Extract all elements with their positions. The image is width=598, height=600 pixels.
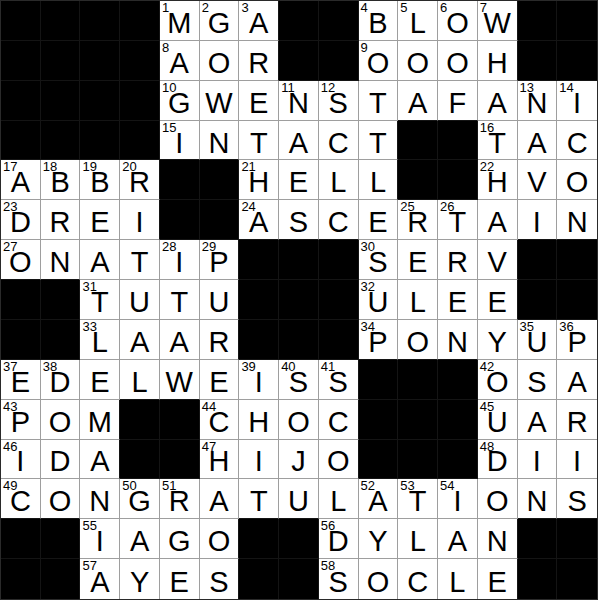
cell-r10c3[interactable]: E (80, 360, 120, 400)
cell-letter: U (120, 283, 159, 320)
cell-r11c4 (120, 400, 160, 440)
cell-r13c15[interactable]: S (557, 479, 597, 519)
cell-r1c10[interactable]: 4B (359, 1, 399, 41)
cell-r14c1 (1, 519, 41, 559)
cell-r7c3[interactable]: A (80, 240, 120, 280)
clue-number: 21 (241, 160, 255, 174)
cell-r3c8[interactable]: 11N (279, 81, 319, 121)
cell-r4c14[interactable]: A (518, 121, 558, 161)
cell-r5c10[interactable]: L (359, 160, 399, 200)
cell-letter: H (239, 403, 278, 440)
cell-r1c6[interactable]: 2G (200, 1, 240, 41)
cell-letter: I (120, 203, 159, 240)
crossword-grid: 1M2G3A4B5L6O7W8AOR9OOOH10GWE11N12STAFA13… (0, 0, 598, 600)
clue-number: 58 (321, 559, 335, 573)
cell-r9c8 (279, 320, 319, 360)
cell-r3c12[interactable]: F (438, 81, 478, 121)
cell-r1c13[interactable]: 7W (478, 1, 518, 41)
cell-r15c12[interactable]: L (438, 559, 478, 599)
cell-r9c12[interactable]: N (438, 320, 478, 360)
cell-r2c5[interactable]: 8A (160, 41, 200, 81)
cell-r12c2[interactable]: D (41, 440, 81, 480)
cell-letter: O (200, 44, 239, 81)
clue-number: 41 (321, 360, 335, 374)
cell-r2c8 (279, 41, 319, 81)
cell-r4c3 (80, 121, 120, 161)
cell-r13c9[interactable]: L (319, 479, 359, 519)
cell-r13c13[interactable]: O (478, 479, 518, 519)
cell-r1c5[interactable]: 1M (160, 1, 200, 41)
clue-number: 38 (43, 360, 57, 374)
cell-r15c11[interactable]: C (398, 559, 438, 599)
cell-letter: E (478, 562, 517, 599)
cell-letter: U (200, 283, 239, 320)
clue-number: 17 (3, 160, 17, 174)
cell-letter: V (518, 163, 557, 200)
cell-letter: M (80, 403, 119, 440)
cell-r1c8 (279, 1, 319, 41)
cell-r7c10[interactable]: 30S (359, 240, 399, 280)
cell-r10c5[interactable]: W (160, 360, 200, 400)
cell-letter: O (319, 443, 358, 480)
cell-r7c11[interactable]: E (398, 240, 438, 280)
cell-r15c8 (279, 559, 319, 599)
cell-r8c12[interactable]: E (438, 280, 478, 320)
cell-r3c14[interactable]: 13N (518, 81, 558, 121)
cell-r9c10[interactable]: 34P (359, 320, 399, 360)
cell-r14c10[interactable]: Y (359, 519, 399, 559)
cell-letter: L (398, 283, 437, 320)
clue-number: 1 (162, 1, 169, 15)
cell-r2c3 (80, 41, 120, 81)
cell-r6c2[interactable]: R (41, 200, 81, 240)
clue-number: 8 (162, 41, 169, 55)
cell-letter: W (200, 84, 239, 121)
clue-number: 27 (3, 240, 17, 254)
cell-letter: C (557, 124, 597, 161)
cell-r4c10[interactable]: T (359, 121, 399, 161)
clue-number: 45 (480, 400, 494, 414)
cell-r13c3[interactable]: N (80, 479, 120, 519)
cell-r3c6[interactable]: W (200, 81, 240, 121)
clue-number: 19 (82, 160, 96, 174)
clue-number: 56 (321, 519, 335, 533)
cell-r4c15[interactable]: C (557, 121, 597, 161)
clue-number: 43 (3, 400, 17, 414)
cell-r6c13[interactable]: A (478, 200, 518, 240)
cell-letter: V (478, 243, 517, 280)
cell-r1c15 (557, 1, 597, 41)
cell-letter: I (518, 203, 557, 240)
cell-r14c15 (557, 519, 597, 559)
cell-r8c10[interactable]: 32U (359, 280, 399, 320)
cell-letter: L (319, 163, 358, 200)
clue-number: 4 (361, 1, 368, 15)
cell-r7c13[interactable]: V (478, 240, 518, 280)
cell-r3c5[interactable]: 10G (160, 81, 200, 121)
cell-r6c7[interactable]: 24A (239, 200, 279, 240)
cell-r3c13[interactable]: A (478, 81, 518, 121)
cell-letter: I (557, 443, 597, 480)
cell-letter: C (319, 203, 358, 240)
cell-letter: S (518, 363, 557, 400)
cell-r11c5 (160, 400, 200, 440)
cell-r2c13[interactable]: H (478, 41, 518, 81)
cell-r1c4 (120, 1, 160, 41)
cell-letter: F (438, 84, 477, 121)
cell-letter: C (319, 124, 358, 161)
cell-r9c5[interactable]: A (160, 320, 200, 360)
cell-r14c6[interactable]: O (200, 519, 240, 559)
cell-letter: A (80, 243, 119, 280)
cell-letter: A (478, 84, 517, 121)
cell-r4c4 (120, 121, 160, 161)
cell-r13c4[interactable]: 50G (120, 479, 160, 519)
cell-r4c6[interactable]: N (200, 121, 240, 161)
cell-r7c8 (279, 240, 319, 280)
cell-r9c3[interactable]: 33L (80, 320, 120, 360)
cell-r5c13[interactable]: 22H (478, 160, 518, 200)
cell-r5c15[interactable]: O (557, 160, 597, 200)
cell-letter: A (279, 124, 318, 161)
cell-r4c9[interactable]: C (319, 121, 359, 161)
cell-r14c14 (518, 519, 558, 559)
cell-r12c9[interactable]: O (319, 440, 359, 480)
cell-letter: W (160, 363, 199, 400)
cell-r15c14 (518, 559, 558, 599)
cell-r12c4 (120, 440, 160, 480)
cell-r10c2[interactable]: 38D (41, 360, 81, 400)
cell-r15c5[interactable]: E (160, 559, 200, 599)
cell-r13c5[interactable]: 51R (160, 479, 200, 519)
cell-r12c3[interactable]: A (80, 440, 120, 480)
cell-r8c8 (279, 280, 319, 320)
cell-r3c3 (80, 81, 120, 121)
cell-letter: N (478, 522, 517, 559)
cell-r9c1 (1, 320, 41, 360)
cell-r6c3[interactable]: E (80, 200, 120, 240)
cell-r8c3[interactable]: 31T (80, 280, 120, 320)
cell-r3c1 (1, 81, 41, 121)
cell-r8c7 (239, 280, 279, 320)
cell-r15c13[interactable]: E (478, 559, 518, 599)
clue-number: 46 (3, 440, 17, 454)
cell-r11c3[interactable]: M (80, 400, 120, 440)
cell-r12c12 (438, 440, 478, 480)
cell-r9c4[interactable]: A (120, 320, 160, 360)
clue-number: 26 (440, 200, 454, 214)
clue-number: 44 (202, 400, 216, 414)
cell-r10c6[interactable]: E (200, 360, 240, 400)
cell-r13c6[interactable]: A (200, 479, 240, 519)
cell-r10c8[interactable]: 40S (279, 360, 319, 400)
cell-r6c14[interactable]: I (518, 200, 558, 240)
clue-number: 16 (480, 121, 494, 135)
cell-r11c14[interactable]: A (518, 400, 558, 440)
cell-letter: E (160, 562, 199, 599)
cell-r6c9[interactable]: C (319, 200, 359, 240)
cell-r5c3[interactable]: 19B (80, 160, 120, 200)
cell-r12c5 (160, 440, 200, 480)
cell-r7c9 (319, 240, 359, 280)
clue-number: 42 (480, 360, 494, 374)
cell-r8c6[interactable]: U (200, 280, 240, 320)
cell-r5c11 (398, 160, 438, 200)
cell-r2c10[interactable]: 9O (359, 41, 399, 81)
cell-r6c1[interactable]: 23D (1, 200, 41, 240)
cell-r2c11[interactable]: O (398, 41, 438, 81)
cell-r9c15[interactable]: 36P (557, 320, 597, 360)
cell-letter: E (478, 283, 517, 320)
cell-r5c14[interactable]: V (518, 160, 558, 200)
cell-r6c8[interactable]: S (279, 200, 319, 240)
cell-r12c14[interactable]: I (518, 440, 558, 480)
cell-r11c7[interactable]: H (239, 400, 279, 440)
cell-r14c11[interactable]: L (398, 519, 438, 559)
cell-r14c13[interactable]: N (478, 519, 518, 559)
cell-letter: A (518, 403, 557, 440)
cell-r9c14[interactable]: 35U (518, 320, 558, 360)
cell-r15c3[interactable]: 57A (80, 559, 120, 599)
cell-r13c14[interactable]: N (518, 479, 558, 519)
cell-r14c12[interactable]: A (438, 519, 478, 559)
cell-r15c10[interactable]: O (359, 559, 399, 599)
cell-letter: G (160, 522, 199, 559)
cell-letter: T (359, 124, 398, 161)
cell-r15c7 (239, 559, 279, 599)
cell-letter: A (478, 203, 517, 240)
cell-r7c12[interactable]: R (438, 240, 478, 280)
cell-letter: N (518, 482, 557, 519)
cell-r14c5[interactable]: G (160, 519, 200, 559)
cell-r5c8[interactable]: E (279, 160, 319, 200)
clue-number: 11 (281, 81, 295, 95)
clue-number: 51 (162, 479, 176, 493)
clue-number: 31 (82, 280, 96, 294)
cell-r15c6[interactable]: S (200, 559, 240, 599)
cell-r6c5 (160, 200, 200, 240)
cell-r7c5[interactable]: 28I (160, 240, 200, 280)
cell-r2c6[interactable]: O (200, 41, 240, 81)
cell-r11c8[interactable]: O (279, 400, 319, 440)
cell-letter: Y (359, 522, 398, 559)
cell-r10c13[interactable]: 42O (478, 360, 518, 400)
cell-r12c1[interactable]: 46I (1, 440, 41, 480)
clue-number: 7 (480, 1, 487, 15)
cell-r8c13[interactable]: E (478, 280, 518, 320)
clue-number: 28 (162, 240, 176, 254)
cell-r11c13[interactable]: 45U (478, 400, 518, 440)
cell-r6c10[interactable]: E (359, 200, 399, 240)
cell-r1c9 (319, 1, 359, 41)
cell-r7c4[interactable]: T (120, 240, 160, 280)
cell-r12c6[interactable]: 47H (200, 440, 240, 480)
clue-number: 55 (82, 519, 96, 533)
cell-letter: H (478, 44, 517, 81)
cell-letter: I (518, 443, 557, 480)
cell-r5c5 (160, 160, 200, 200)
cell-r9c2 (41, 320, 81, 360)
cell-r11c10 (359, 400, 399, 440)
cell-r3c9[interactable]: 12S (319, 81, 359, 121)
cell-r10c15[interactable]: A (557, 360, 597, 400)
cell-r10c9[interactable]: 41S (319, 360, 359, 400)
cell-r12c7[interactable]: I (239, 440, 279, 480)
cell-r13c7[interactable]: T (239, 479, 279, 519)
cell-r3c11[interactable]: A (398, 81, 438, 121)
cell-r7c1[interactable]: 27O (1, 240, 41, 280)
cell-r10c10 (359, 360, 399, 400)
cell-r8c4[interactable]: U (120, 280, 160, 320)
cell-r10c1[interactable]: 37E (1, 360, 41, 400)
cell-r12c10 (359, 440, 399, 480)
cell-r13c12[interactable]: 54I (438, 479, 478, 519)
cell-r6c12[interactable]: 26T (438, 200, 478, 240)
cell-letter: A (160, 323, 199, 360)
cell-r5c1[interactable]: 17A (1, 160, 41, 200)
cell-r2c1 (1, 41, 41, 81)
cell-letter: R (239, 44, 278, 81)
cell-r12c13[interactable]: 48D (478, 440, 518, 480)
cell-r14c3[interactable]: 55I (80, 519, 120, 559)
cell-r9c7 (239, 320, 279, 360)
cell-r13c1[interactable]: 49C (1, 479, 41, 519)
cell-r2c7[interactable]: R (239, 41, 279, 81)
clue-number: 25 (400, 200, 414, 214)
cell-r2c12[interactable]: O (438, 41, 478, 81)
clue-number: 39 (241, 360, 255, 374)
cell-r1c1 (1, 1, 41, 41)
cell-letter: S (279, 203, 318, 240)
cell-r9c6[interactable]: R (200, 320, 240, 360)
cell-r13c8[interactable]: U (279, 479, 319, 519)
cell-r2c4 (120, 41, 160, 81)
cell-r3c7[interactable]: E (239, 81, 279, 121)
cell-letter: O (41, 403, 80, 440)
cell-r8c9 (319, 280, 359, 320)
cell-r11c9[interactable]: C (319, 400, 359, 440)
cell-letter: L (398, 522, 437, 559)
cell-r11c12 (438, 400, 478, 440)
clue-number: 36 (559, 320, 573, 334)
cell-letter: T (239, 482, 278, 519)
cell-letter: C (398, 562, 437, 599)
clue-number: 20 (122, 160, 136, 174)
cell-letter: O (359, 562, 398, 599)
cell-r11c2[interactable]: O (41, 400, 81, 440)
cell-r7c15 (557, 240, 597, 280)
cell-r4c13[interactable]: 16T (478, 121, 518, 161)
cell-r8c5[interactable]: T (160, 280, 200, 320)
cell-r7c2[interactable]: N (41, 240, 81, 280)
cell-r10c14[interactable]: S (518, 360, 558, 400)
cell-r11c6[interactable]: 44C (200, 400, 240, 440)
cell-letter: E (279, 163, 318, 200)
cell-r1c11[interactable]: 5L (398, 1, 438, 41)
cell-r11c15[interactable]: R (557, 400, 597, 440)
cell-letter: E (80, 363, 119, 400)
cell-r1c12[interactable]: 6O (438, 1, 478, 41)
cell-r9c11[interactable]: O (398, 320, 438, 360)
cell-r2c9 (319, 41, 359, 81)
cell-r4c7[interactable]: T (239, 121, 279, 161)
cell-r5c7[interactable]: 21H (239, 160, 279, 200)
cell-r6c15[interactable]: N (557, 200, 597, 240)
clue-number: 57 (82, 559, 96, 573)
cell-letter: T (359, 84, 398, 121)
clue-number: 22 (480, 160, 494, 174)
cell-r4c8[interactable]: A (279, 121, 319, 161)
cell-letter: E (200, 363, 239, 400)
cell-r14c7 (239, 519, 279, 559)
cell-letter: C (319, 403, 358, 440)
cell-r13c10[interactable]: 52A (359, 479, 399, 519)
cell-r7c7 (239, 240, 279, 280)
cell-r7c6[interactable]: 29P (200, 240, 240, 280)
cell-letter: L (438, 562, 477, 599)
cell-r15c9[interactable]: 58S (319, 559, 359, 599)
cell-r10c7[interactable]: 39I (239, 360, 279, 400)
cell-r3c10[interactable]: T (359, 81, 399, 121)
cell-r13c2[interactable]: O (41, 479, 81, 519)
cell-r8c11[interactable]: L (398, 280, 438, 320)
cell-r15c4[interactable]: Y (120, 559, 160, 599)
cell-r14c2 (41, 519, 81, 559)
cell-r7c14 (518, 240, 558, 280)
cell-r3c15[interactable]: 14I (557, 81, 597, 121)
cell-r5c2[interactable]: 18B (41, 160, 81, 200)
clue-number: 29 (202, 240, 216, 254)
cell-r10c12 (438, 360, 478, 400)
clue-number: 10 (162, 81, 176, 95)
cell-r12c8[interactable]: J (279, 440, 319, 480)
clue-number: 54 (440, 479, 454, 493)
cell-r8c14 (518, 280, 558, 320)
cell-r12c15[interactable]: I (557, 440, 597, 480)
clue-number: 12 (321, 81, 335, 95)
cell-r14c4[interactable]: A (120, 519, 160, 559)
clue-number: 9 (361, 41, 368, 55)
cell-r6c11[interactable]: 25R (398, 200, 438, 240)
cell-letter: O (398, 44, 437, 81)
cell-r9c13[interactable]: Y (478, 320, 518, 360)
cell-r10c4[interactable]: L (120, 360, 160, 400)
clue-number: 30 (361, 240, 375, 254)
cell-letter: E (80, 203, 119, 240)
cell-r4c2 (41, 121, 81, 161)
clue-number: 48 (480, 440, 494, 454)
cell-r6c4[interactable]: I (120, 200, 160, 240)
cell-letter: N (557, 203, 597, 240)
cell-letter: A (518, 124, 557, 161)
cell-r4c5[interactable]: 15I (160, 121, 200, 161)
cell-r14c9[interactable]: 56D (319, 519, 359, 559)
cell-r15c15 (557, 559, 597, 599)
cell-letter: R (438, 243, 477, 280)
clue-number: 13 (520, 81, 534, 95)
clue-number: 14 (559, 81, 573, 95)
cell-r11c1[interactable]: 43P (1, 400, 41, 440)
cell-letter: R (41, 203, 80, 240)
cell-r13c11[interactable]: 53T (398, 479, 438, 519)
cell-letter: O (557, 163, 597, 200)
cell-r1c7[interactable]: 3A (239, 1, 279, 41)
cell-r1c14 (518, 1, 558, 41)
cell-r5c4[interactable]: 20R (120, 160, 160, 200)
cell-r9c9 (319, 320, 359, 360)
clue-number: 6 (440, 1, 447, 15)
cell-r5c9[interactable]: L (319, 160, 359, 200)
